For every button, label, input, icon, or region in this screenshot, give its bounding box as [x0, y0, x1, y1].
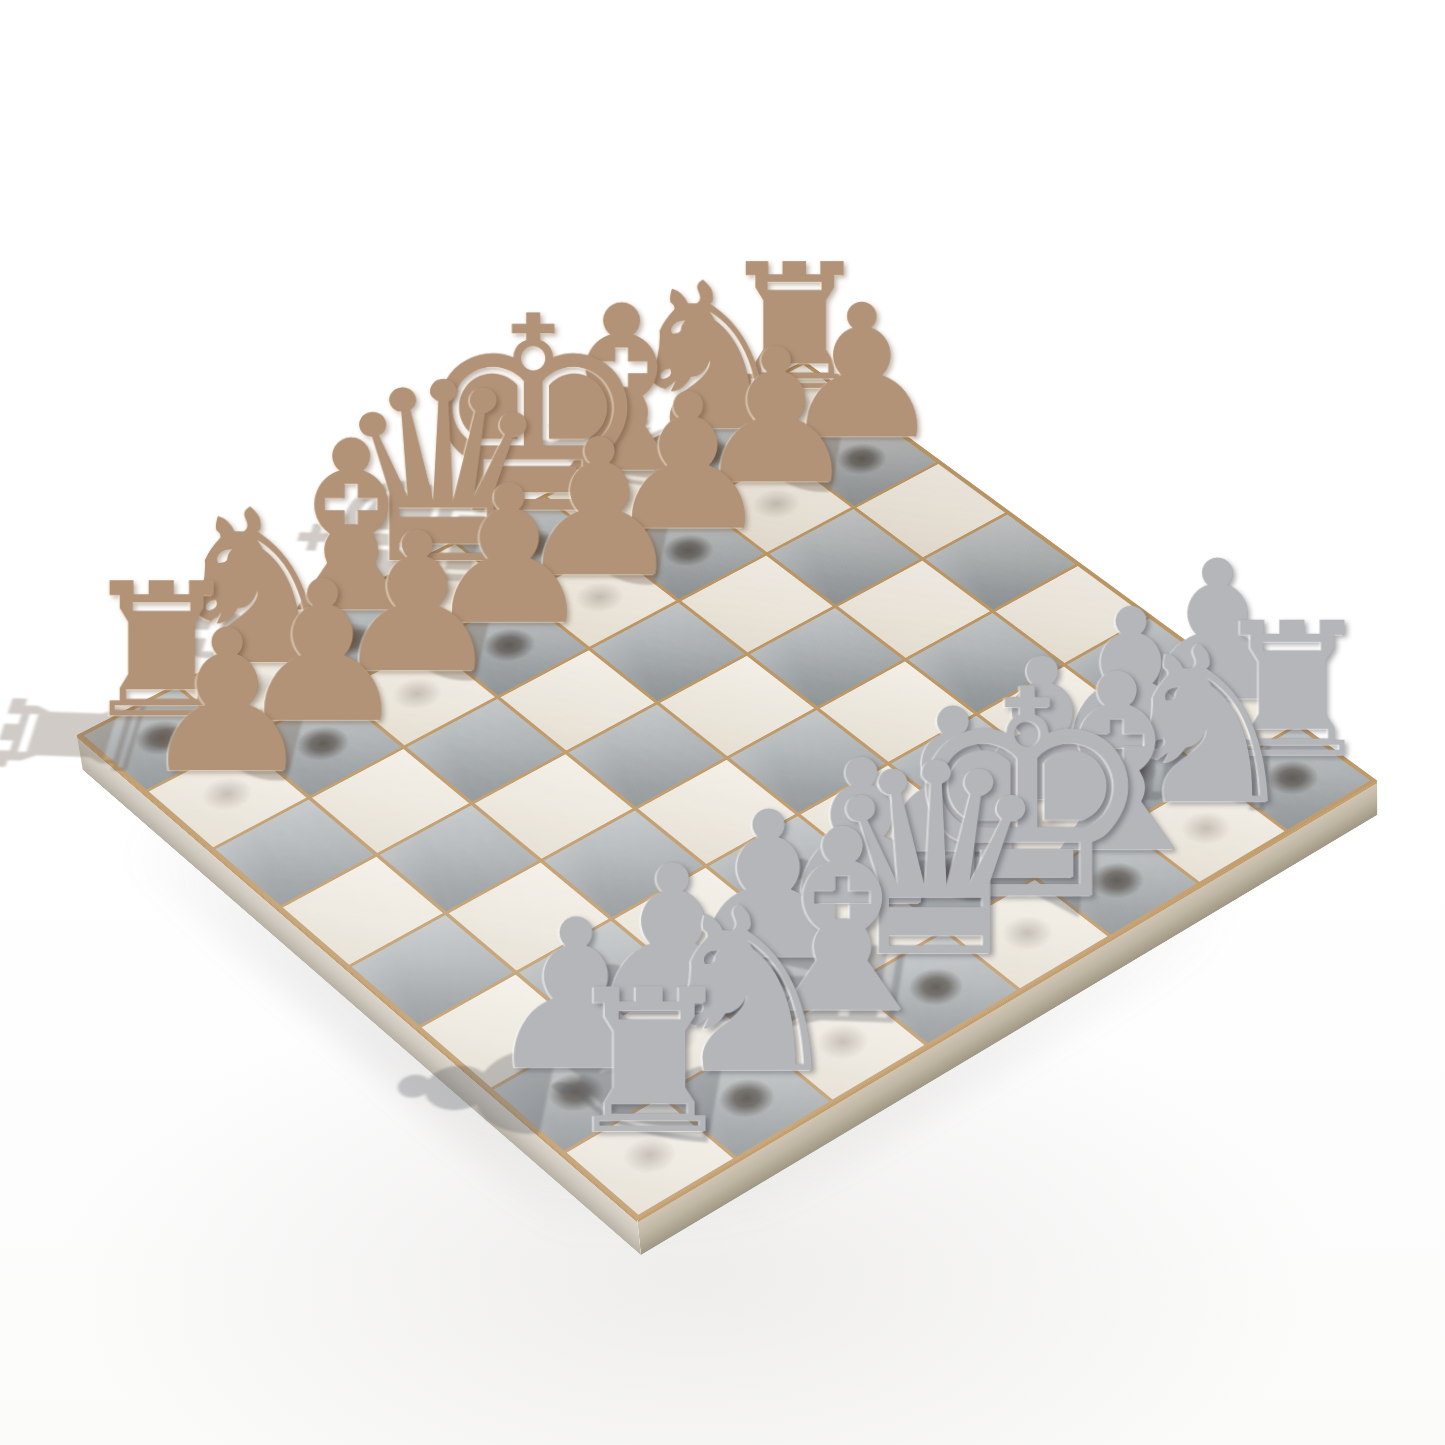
square-c6: [407, 699, 563, 801]
piece-silver-rook: ♜: [561, 964, 739, 1162]
piece-wood-pawn: ♟: [139, 604, 315, 801]
product-photo-stage: ♜♟♟♟♜♜♞♞♟♟♟♞♝♟♟♟♝♝♚♚♟♟♟♚♛♟♟♟♛♛♝♝♟♟♟♝♞♟♟♟…: [0, 0, 1445, 1445]
